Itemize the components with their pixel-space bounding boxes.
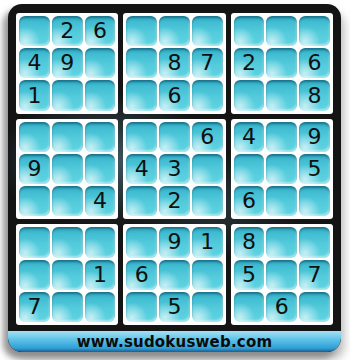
- cell-r1c8[interactable]: [266, 16, 297, 46]
- cell-r1c5[interactable]: [159, 16, 190, 46]
- cell-r2c6[interactable]: 7: [192, 48, 223, 78]
- cell-r3c2[interactable]: [52, 80, 83, 110]
- footer-strip: www.sudokusweb.com: [8, 331, 341, 352]
- cell-r5c5[interactable]: 3: [159, 154, 190, 184]
- cell-r6c2[interactable]: [52, 186, 83, 216]
- cell-r8c6[interactable]: [192, 260, 223, 290]
- cell-r1c4[interactable]: [126, 16, 157, 46]
- cell-r8c4[interactable]: 6: [126, 260, 157, 290]
- cell-r1c2[interactable]: 2: [52, 16, 83, 46]
- box-r3c2: 9165: [123, 224, 225, 325]
- cell-r2c5[interactable]: 8: [159, 48, 190, 78]
- cell-r9c3[interactable]: [85, 292, 116, 322]
- cell-r5c7[interactable]: [234, 154, 265, 184]
- cell-r9c9[interactable]: [299, 292, 330, 322]
- cell-r3c5[interactable]: 6: [159, 80, 190, 110]
- cell-r7c9[interactable]: [299, 227, 330, 257]
- cell-r9c6[interactable]: [192, 292, 223, 322]
- cell-r1c7[interactable]: [234, 16, 265, 46]
- cell-r7c4[interactable]: [126, 227, 157, 257]
- cell-r3c9[interactable]: 8: [299, 80, 330, 110]
- cell-r5c3[interactable]: [85, 154, 116, 184]
- cell-r5c8[interactable]: [266, 154, 297, 184]
- box-r2c1: 94: [16, 119, 118, 220]
- cell-r4c2[interactable]: [52, 122, 83, 152]
- cell-r3c3[interactable]: [85, 80, 116, 110]
- cell-r9c8[interactable]: 6: [266, 292, 297, 322]
- cell-r6c5[interactable]: 2: [159, 186, 190, 216]
- cell-r2c3[interactable]: [85, 48, 116, 78]
- cell-r6c7[interactable]: 6: [234, 186, 265, 216]
- cell-r4c3[interactable]: [85, 122, 116, 152]
- cell-r3c7[interactable]: [234, 80, 265, 110]
- cell-r1c6[interactable]: [192, 16, 223, 46]
- cell-r7c7[interactable]: 8: [234, 227, 265, 257]
- cell-r4c8[interactable]: [266, 122, 297, 152]
- cell-r3c4[interactable]: [126, 80, 157, 110]
- cell-r2c7[interactable]: 2: [234, 48, 265, 78]
- cell-r8c7[interactable]: 5: [234, 260, 265, 290]
- box-r1c1: 26491: [16, 13, 118, 114]
- cell-r4c4[interactable]: [126, 122, 157, 152]
- cell-r5c9[interactable]: 5: [299, 154, 330, 184]
- cell-r7c5[interactable]: 9: [159, 227, 190, 257]
- cell-r2c4[interactable]: [126, 48, 157, 78]
- cell-r8c2[interactable]: [52, 260, 83, 290]
- cell-r8c5[interactable]: [159, 260, 190, 290]
- cell-r8c3[interactable]: 1: [85, 260, 116, 290]
- cell-r2c1[interactable]: 4: [19, 48, 50, 78]
- cell-r4c5[interactable]: [159, 122, 190, 152]
- cell-r4c7[interactable]: 4: [234, 122, 265, 152]
- cell-r2c9[interactable]: 6: [299, 48, 330, 78]
- cell-r6c4[interactable]: [126, 186, 157, 216]
- cell-r3c8[interactable]: [266, 80, 297, 110]
- box-r1c3: 268: [231, 13, 333, 114]
- cell-r8c8[interactable]: [266, 260, 297, 290]
- cell-r4c1[interactable]: [19, 122, 50, 152]
- cell-r9c2[interactable]: [52, 292, 83, 322]
- cell-r7c3[interactable]: [85, 227, 116, 257]
- box-r2c2: 6432: [123, 119, 225, 220]
- box-r3c3: 8576: [231, 224, 333, 325]
- cell-r9c7[interactable]: [234, 292, 265, 322]
- cell-r7c8[interactable]: [266, 227, 297, 257]
- sudoku-board: 2649187626894643249561791658576: [8, 4, 341, 331]
- cell-r9c4[interactable]: [126, 292, 157, 322]
- cell-r1c1[interactable]: [19, 16, 50, 46]
- cell-r6c8[interactable]: [266, 186, 297, 216]
- cell-r6c9[interactable]: [299, 186, 330, 216]
- cell-r6c3[interactable]: 4: [85, 186, 116, 216]
- cell-r2c8[interactable]: [266, 48, 297, 78]
- cell-r7c2[interactable]: [52, 227, 83, 257]
- box-r1c2: 876: [123, 13, 225, 114]
- cell-r5c6[interactable]: [192, 154, 223, 184]
- cell-r2c2[interactable]: 9: [52, 48, 83, 78]
- cell-r4c9[interactable]: 9: [299, 122, 330, 152]
- cell-r5c4[interactable]: 4: [126, 154, 157, 184]
- cell-r1c3[interactable]: 6: [85, 16, 116, 46]
- cell-r7c1[interactable]: [19, 227, 50, 257]
- site-url-label: www.sudokusweb.com: [77, 333, 272, 351]
- cell-r6c6[interactable]: [192, 186, 223, 216]
- cell-r5c2[interactable]: [52, 154, 83, 184]
- board-frame: 2649187626894643249561791658576 www.sudo…: [8, 4, 341, 352]
- cell-r6c1[interactable]: [19, 186, 50, 216]
- cell-r3c1[interactable]: 1: [19, 80, 50, 110]
- cell-r5c1[interactable]: 9: [19, 154, 50, 184]
- cell-r1c9[interactable]: [299, 16, 330, 46]
- cell-r8c1[interactable]: [19, 260, 50, 290]
- cell-r9c5[interactable]: 5: [159, 292, 190, 322]
- cell-r8c9[interactable]: 7: [299, 260, 330, 290]
- cell-r7c6[interactable]: 1: [192, 227, 223, 257]
- cell-r9c1[interactable]: 7: [19, 292, 50, 322]
- cell-r3c6[interactable]: [192, 80, 223, 110]
- sudoku-image: 2649187626894643249561791658576 www.sudo…: [0, 0, 350, 360]
- box-r2c3: 4956: [231, 119, 333, 220]
- cell-r4c6[interactable]: 6: [192, 122, 223, 152]
- box-r3c1: 17: [16, 224, 118, 325]
